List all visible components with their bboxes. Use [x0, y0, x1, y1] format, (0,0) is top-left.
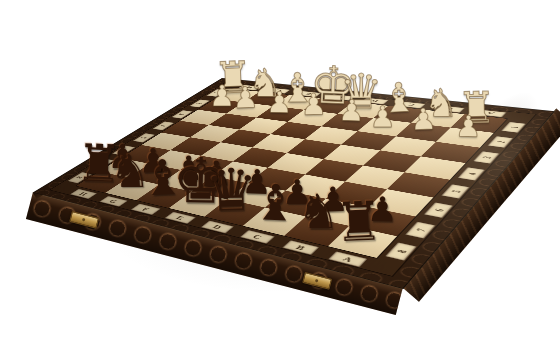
- piece-black-bishop-c8[interactable]: ♝: [252, 178, 299, 229]
- piece-black-rook-a8[interactable]: ♜: [334, 194, 384, 250]
- piece-white-pawn-a2[interactable]: ♟: [455, 112, 482, 142]
- piece-white-pawn-f2[interactable]: ♟: [266, 88, 293, 118]
- piece-white-pawn-e2[interactable]: ♟: [300, 91, 327, 121]
- piece-white-pawn-g2[interactable]: ♟: [232, 83, 259, 113]
- piece-white-pawn-b2[interactable]: ♟: [410, 105, 437, 135]
- piece-white-pawn-d2[interactable]: ♟: [337, 96, 364, 126]
- chess-set-photo: HGFEDCBAHGFEDCBA1234567812345678 ♜♞♝♛♚♝♞…: [0, 0, 560, 345]
- piece-white-pawn-c2[interactable]: ♟: [369, 102, 395, 131]
- piece-black-queen-d8[interactable]: ♛: [205, 161, 258, 220]
